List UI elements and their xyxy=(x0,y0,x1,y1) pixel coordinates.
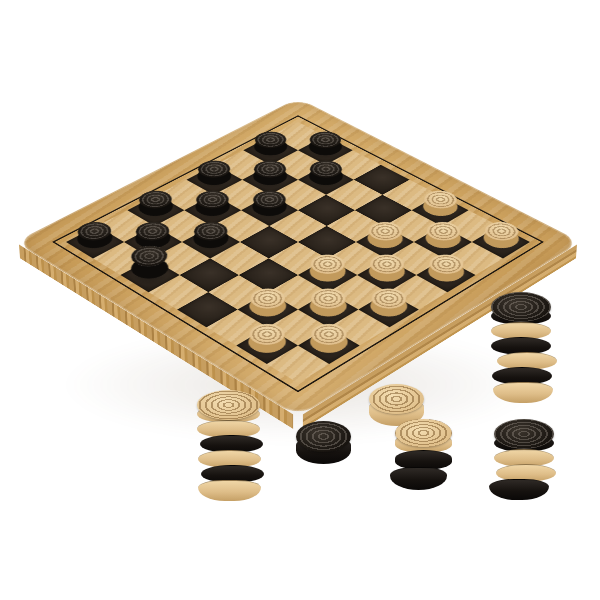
light-checker-top: ⛀ xyxy=(395,419,452,447)
black-checker-top: ⛂ xyxy=(491,292,551,322)
piece-stack[interactable]: ⛂ xyxy=(494,419,554,508)
loose-piece[interactable]: ⛂ xyxy=(296,421,351,472)
black-checker-side xyxy=(390,467,447,490)
piece-stack[interactable]: ⛂ xyxy=(491,292,551,411)
black-checker-side xyxy=(489,479,549,500)
light-checker-side xyxy=(493,382,553,403)
piece-stack[interactable]: ⛀ xyxy=(197,390,260,509)
light-checker-side xyxy=(198,480,261,501)
checkers-set-photo: ⛂⛂⛂⛂⛂⛂⛂⛂⛂⛂⛂⛂⛀⛀⛀⛀⛀⛀⛀⛀⛀⛀⛀⛀ ⛀⛂⛀⛀⛂⛂ xyxy=(0,0,600,600)
light-checker-top: ⛀ xyxy=(369,384,424,414)
light-checker-top: ⛀ xyxy=(197,390,260,420)
piece-stack[interactable]: ⛀ xyxy=(395,419,452,498)
black-checker-top: ⛂ xyxy=(296,421,351,452)
black-checker-top: ⛂ xyxy=(494,419,554,449)
loose-pieces-layer: ⛀⛂⛀⛀⛂⛂ xyxy=(0,0,600,600)
